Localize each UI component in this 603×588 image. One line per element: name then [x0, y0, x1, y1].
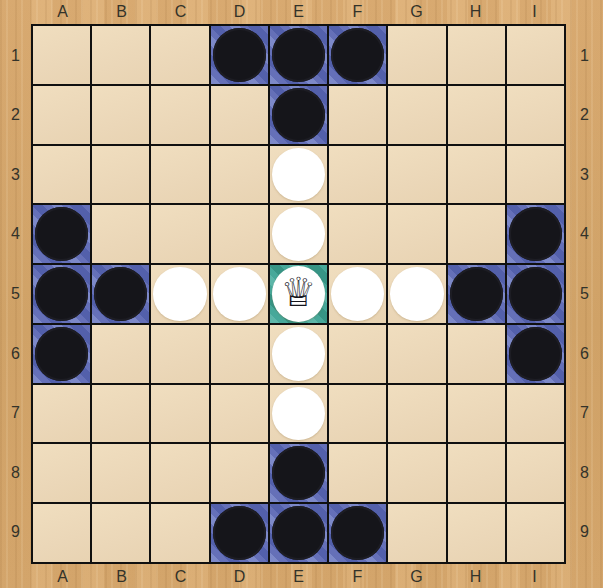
rank-label-7: 7: [0, 383, 31, 443]
file-label-b: B: [92, 0, 151, 24]
square-d5[interactable]: [211, 265, 268, 323]
square-b2[interactable]: [92, 86, 149, 144]
square-d9[interactable]: [211, 504, 268, 562]
attacker-piece[interactable]: [331, 506, 384, 560]
square-h1[interactable]: [448, 26, 505, 84]
attacker-piece[interactable]: [94, 267, 147, 321]
square-i7[interactable]: [507, 385, 564, 443]
square-f5[interactable]: [329, 265, 386, 323]
file-label-e: E: [269, 565, 328, 588]
file-label-e: E: [269, 0, 328, 24]
square-f8[interactable]: [329, 444, 386, 502]
square-c6[interactable]: [151, 325, 208, 383]
square-e4[interactable]: [270, 205, 327, 263]
square-a3[interactable]: [33, 146, 90, 204]
square-g6[interactable]: [388, 325, 445, 383]
file-label-f: F: [328, 0, 387, 24]
attacker-piece[interactable]: [35, 267, 88, 321]
square-f7[interactable]: [329, 385, 386, 443]
square-c1[interactable]: [151, 26, 208, 84]
square-h7[interactable]: [448, 385, 505, 443]
rank-label-6: 6: [0, 324, 31, 384]
attacker-piece[interactable]: [509, 207, 562, 261]
square-e9[interactable]: [270, 504, 327, 562]
file-label-c: C: [151, 565, 210, 588]
rank-label-3: 3: [566, 145, 603, 205]
attacker-piece[interactable]: [213, 506, 266, 560]
square-a6[interactable]: [33, 325, 90, 383]
rank-labels-right: 123456789: [566, 26, 603, 562]
square-h4[interactable]: [448, 205, 505, 263]
square-d6[interactable]: [211, 325, 268, 383]
rank-labels-left: 123456789: [0, 26, 31, 562]
square-b5[interactable]: [92, 265, 149, 323]
defender-piece[interactable]: [272, 207, 325, 261]
file-label-a: A: [33, 0, 92, 24]
square-d1[interactable]: [211, 26, 268, 84]
rank-label-3: 3: [0, 145, 31, 205]
file-label-h: H: [446, 565, 505, 588]
square-e2[interactable]: [270, 86, 327, 144]
file-label-d: D: [210, 565, 269, 588]
rank-label-9: 9: [566, 502, 603, 562]
file-label-d: D: [210, 0, 269, 24]
square-f6[interactable]: [329, 325, 386, 383]
attacker-piece[interactable]: [272, 506, 325, 560]
attacker-piece[interactable]: [213, 28, 266, 82]
file-label-g: G: [387, 565, 446, 588]
square-a7[interactable]: [33, 385, 90, 443]
tablut-game-window: ABCDEFGHI 123456789 ♕ 123456789 ABCDEFGH…: [0, 0, 603, 588]
defender-piece[interactable]: [272, 148, 325, 202]
square-c3[interactable]: [151, 146, 208, 204]
square-h8[interactable]: [448, 444, 505, 502]
square-b6[interactable]: [92, 325, 149, 383]
square-e5[interactable]: ♕: [270, 265, 327, 323]
square-i8[interactable]: [507, 444, 564, 502]
rank-label-8: 8: [0, 443, 31, 503]
square-c7[interactable]: [151, 385, 208, 443]
file-label-b: B: [92, 565, 151, 588]
square-i6[interactable]: [507, 325, 564, 383]
rank-label-5: 5: [566, 264, 603, 324]
square-h9[interactable]: [448, 504, 505, 562]
rank-label-1: 1: [0, 26, 31, 86]
square-c9[interactable]: [151, 504, 208, 562]
square-i2[interactable]: [507, 86, 564, 144]
square-g4[interactable]: [388, 205, 445, 263]
square-a8[interactable]: [33, 444, 90, 502]
square-h5[interactable]: [448, 265, 505, 323]
square-h3[interactable]: [448, 146, 505, 204]
file-label-a: A: [33, 565, 92, 588]
rank-label-9: 9: [0, 502, 31, 562]
square-c4[interactable]: [151, 205, 208, 263]
attacker-piece[interactable]: [331, 28, 384, 82]
file-label-f: F: [328, 565, 387, 588]
file-label-c: C: [151, 0, 210, 24]
defender-piece[interactable]: [331, 267, 384, 321]
square-g8[interactable]: [388, 444, 445, 502]
square-e6[interactable]: [270, 325, 327, 383]
defender-piece[interactable]: [213, 267, 266, 321]
square-g2[interactable]: [388, 86, 445, 144]
defender-piece[interactable]: [390, 267, 443, 321]
square-a4[interactable]: [33, 205, 90, 263]
king-piece[interactable]: ♕: [272, 266, 325, 323]
file-labels-bottom: ABCDEFGHI: [33, 565, 564, 588]
square-d2[interactable]: [211, 86, 268, 144]
square-b9[interactable]: [92, 504, 149, 562]
square-e7[interactable]: [270, 385, 327, 443]
rank-label-6: 6: [566, 324, 603, 384]
square-h2[interactable]: [448, 86, 505, 144]
square-b3[interactable]: [92, 146, 149, 204]
attacker-piece[interactable]: [272, 446, 325, 500]
attacker-piece[interactable]: [35, 327, 88, 381]
file-labels-top: ABCDEFGHI: [33, 0, 564, 24]
rank-label-2: 2: [566, 86, 603, 146]
square-a1[interactable]: [33, 26, 90, 84]
file-label-i: I: [505, 0, 564, 24]
square-e3[interactable]: [270, 146, 327, 204]
rank-label-1: 1: [566, 26, 603, 86]
file-label-h: H: [446, 0, 505, 24]
square-c2[interactable]: [151, 86, 208, 144]
attacker-piece[interactable]: [509, 267, 562, 321]
square-f1[interactable]: [329, 26, 386, 84]
rank-label-5: 5: [0, 264, 31, 324]
square-c5[interactable]: [151, 265, 208, 323]
square-f9[interactable]: [329, 504, 386, 562]
square-b1[interactable]: [92, 26, 149, 84]
square-i1[interactable]: [507, 26, 564, 84]
square-d4[interactable]: [211, 205, 268, 263]
rank-label-4: 4: [566, 205, 603, 265]
square-e1[interactable]: [270, 26, 327, 84]
attacker-piece[interactable]: [509, 327, 562, 381]
square-a2[interactable]: [33, 86, 90, 144]
square-d7[interactable]: [211, 385, 268, 443]
rank-label-8: 8: [566, 443, 603, 503]
square-b4[interactable]: [92, 205, 149, 263]
square-c8[interactable]: [151, 444, 208, 502]
rank-label-2: 2: [0, 86, 31, 146]
square-h6[interactable]: [448, 325, 505, 383]
square-g5[interactable]: [388, 265, 445, 323]
rank-label-7: 7: [566, 383, 603, 443]
square-f3[interactable]: [329, 146, 386, 204]
file-label-i: I: [505, 565, 564, 588]
square-i3[interactable]: [507, 146, 564, 204]
square-a5[interactable]: [33, 265, 90, 323]
square-i5[interactable]: [507, 265, 564, 323]
file-label-g: G: [387, 0, 446, 24]
square-b8[interactable]: [92, 444, 149, 502]
attacker-piece[interactable]: [272, 88, 325, 142]
tablut-board: ♕: [31, 24, 566, 564]
square-e8[interactable]: [270, 444, 327, 502]
attacker-piece[interactable]: [35, 207, 88, 261]
square-a9[interactable]: [33, 504, 90, 562]
square-b7[interactable]: [92, 385, 149, 443]
defender-piece[interactable]: [272, 387, 325, 441]
defender-piece[interactable]: [153, 267, 206, 321]
square-d3[interactable]: [211, 146, 268, 204]
square-i4[interactable]: [507, 205, 564, 263]
attacker-piece[interactable]: [450, 267, 503, 321]
square-g1[interactable]: [388, 26, 445, 84]
rank-label-4: 4: [0, 205, 31, 265]
square-d8[interactable]: [211, 444, 268, 502]
attacker-piece[interactable]: [272, 28, 325, 82]
square-f4[interactable]: [329, 205, 386, 263]
square-g9[interactable]: [388, 504, 445, 562]
defender-piece[interactable]: [272, 327, 325, 381]
square-g3[interactable]: [388, 146, 445, 204]
square-i9[interactable]: [507, 504, 564, 562]
square-f2[interactable]: [329, 86, 386, 144]
square-g7[interactable]: [388, 385, 445, 443]
